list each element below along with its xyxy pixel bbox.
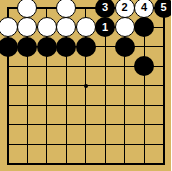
white-stone xyxy=(17,17,37,37)
grid-line-horizontal xyxy=(7,105,165,106)
black-stone: 3 xyxy=(95,0,115,18)
white-stone: 2 xyxy=(115,0,135,18)
white-stone xyxy=(115,17,135,37)
white-stone: 4 xyxy=(134,0,154,18)
black-stone xyxy=(0,37,18,57)
white-stone xyxy=(0,17,18,37)
white-stone xyxy=(76,17,96,37)
black-stone xyxy=(115,37,135,57)
grid-line-vertical xyxy=(163,7,165,165)
white-stone xyxy=(17,0,37,18)
go-board-diagram: 32451 xyxy=(0,0,171,171)
black-stone xyxy=(37,37,57,57)
white-stone xyxy=(56,17,76,37)
black-stone xyxy=(17,37,37,57)
black-stone xyxy=(134,17,154,37)
black-stone: 5 xyxy=(154,0,172,18)
move-number-label: 1 xyxy=(102,22,108,33)
go-board: 32451 xyxy=(0,0,171,171)
black-stone xyxy=(56,37,76,57)
white-stone xyxy=(56,0,76,18)
grid-line-horizontal xyxy=(7,163,165,165)
black-stone: 1 xyxy=(95,17,115,37)
move-number-label: 5 xyxy=(160,2,166,13)
black-stone xyxy=(76,37,96,57)
move-number-label: 3 xyxy=(102,2,108,13)
move-number-label: 2 xyxy=(121,2,127,13)
star-point xyxy=(84,84,88,88)
black-stone xyxy=(134,56,154,76)
grid-line-horizontal xyxy=(7,124,165,125)
grid-line-horizontal xyxy=(7,144,165,145)
move-number-label: 4 xyxy=(141,2,147,13)
white-stone xyxy=(37,17,57,37)
